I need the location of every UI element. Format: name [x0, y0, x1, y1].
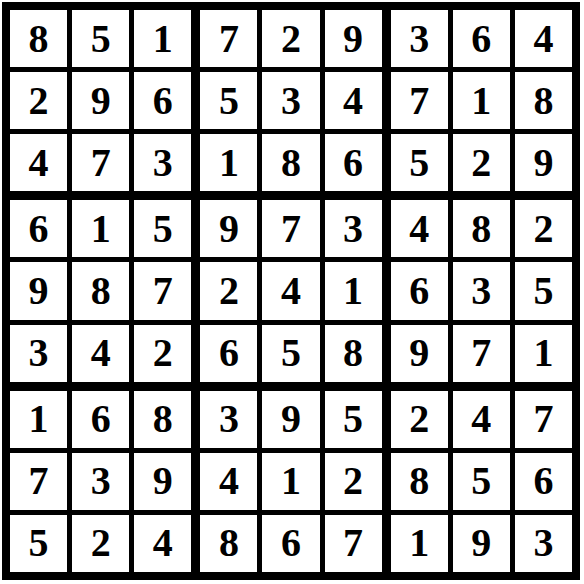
sudoku-cell[interactable]: 8 — [200, 515, 257, 572]
sudoku-outer-grid: 8512964737295341863647185296159873429732… — [10, 10, 572, 572]
sudoku-cell[interactable]: 9 — [72, 72, 129, 129]
sudoku-cell[interactable]: 6 — [325, 134, 382, 191]
sudoku-cell[interactable]: 4 — [262, 262, 319, 319]
sudoku-cell[interactable]: 6 — [262, 515, 319, 572]
sudoku-cell[interactable]: 8 — [72, 262, 129, 319]
sudoku-cell[interactable]: 2 — [391, 391, 448, 448]
sudoku-cell[interactable]: 3 — [325, 200, 382, 257]
sudoku-box: 247856193 — [391, 391, 572, 572]
sudoku-cell[interactable]: 5 — [72, 10, 129, 67]
sudoku-cell[interactable]: 5 — [325, 391, 382, 448]
sudoku-box: 973241658 — [200, 200, 381, 381]
sudoku-cell[interactable]: 6 — [391, 262, 448, 319]
sudoku-cell[interactable]: 3 — [10, 325, 67, 382]
sudoku-cell[interactable]: 2 — [72, 515, 129, 572]
sudoku-cell[interactable]: 1 — [134, 10, 191, 67]
sudoku-cell[interactable]: 3 — [515, 515, 572, 572]
sudoku-cell[interactable]: 3 — [200, 391, 257, 448]
sudoku-cell[interactable]: 4 — [134, 515, 191, 572]
sudoku-cell[interactable]: 8 — [10, 10, 67, 67]
sudoku-cell[interactable]: 7 — [453, 325, 510, 382]
sudoku-cell[interactable]: 1 — [10, 391, 67, 448]
sudoku-cell[interactable]: 9 — [10, 262, 67, 319]
sudoku-box: 482635971 — [391, 200, 572, 381]
sudoku-cell[interactable]: 7 — [72, 134, 129, 191]
sudoku-cell[interactable]: 6 — [453, 10, 510, 67]
sudoku-cell[interactable]: 5 — [515, 262, 572, 319]
sudoku-box: 364718529 — [391, 10, 572, 191]
sudoku-box: 615987342 — [10, 200, 191, 381]
sudoku-cell[interactable]: 4 — [515, 10, 572, 67]
sudoku-cell[interactable]: 5 — [10, 515, 67, 572]
sudoku-cell[interactable]: 7 — [262, 200, 319, 257]
sudoku-cell[interactable]: 6 — [200, 325, 257, 382]
sudoku-cell[interactable]: 5 — [134, 200, 191, 257]
sudoku-box: 851296473 — [10, 10, 191, 191]
sudoku-cell[interactable]: 8 — [515, 72, 572, 129]
sudoku-box: 729534186 — [200, 10, 381, 191]
sudoku-cell[interactable]: 7 — [515, 391, 572, 448]
sudoku-cell[interactable]: 7 — [134, 262, 191, 319]
sudoku-cell[interactable]: 7 — [200, 10, 257, 67]
sudoku-cell[interactable]: 8 — [391, 453, 448, 510]
sudoku-cell[interactable]: 2 — [200, 262, 257, 319]
sudoku-cell[interactable]: 1 — [515, 325, 572, 382]
sudoku-cell[interactable]: 6 — [10, 200, 67, 257]
sudoku-cell[interactable]: 1 — [453, 72, 510, 129]
sudoku-cell[interactable]: 7 — [10, 453, 67, 510]
sudoku-cell[interactable]: 1 — [391, 515, 448, 572]
sudoku-cell[interactable]: 6 — [72, 391, 129, 448]
sudoku-cell[interactable]: 1 — [325, 262, 382, 319]
sudoku-cell[interactable]: 1 — [72, 200, 129, 257]
sudoku-cell[interactable]: 2 — [134, 325, 191, 382]
sudoku-cell[interactable]: 1 — [200, 134, 257, 191]
sudoku-box: 395412867 — [200, 391, 381, 572]
sudoku-cell[interactable]: 3 — [391, 10, 448, 67]
sudoku-cell[interactable]: 6 — [134, 72, 191, 129]
sudoku-cell[interactable]: 5 — [391, 134, 448, 191]
sudoku-cell[interactable]: 5 — [453, 453, 510, 510]
sudoku-cell[interactable]: 9 — [515, 134, 572, 191]
sudoku-cell[interactable]: 3 — [134, 134, 191, 191]
sudoku-cell[interactable]: 9 — [200, 200, 257, 257]
sudoku-cell[interactable]: 4 — [453, 391, 510, 448]
sudoku-cell[interactable]: 9 — [325, 10, 382, 67]
sudoku-cell[interactable]: 3 — [72, 453, 129, 510]
sudoku-cell[interactable]: 2 — [10, 72, 67, 129]
sudoku-cell[interactable]: 5 — [200, 72, 257, 129]
sudoku-cell[interactable]: 5 — [262, 325, 319, 382]
sudoku-cell[interactable]: 9 — [134, 453, 191, 510]
sudoku-cell[interactable]: 3 — [262, 72, 319, 129]
sudoku-cell[interactable]: 9 — [453, 515, 510, 572]
sudoku-cell[interactable]: 4 — [200, 453, 257, 510]
sudoku-cell[interactable]: 4 — [72, 325, 129, 382]
sudoku-cell[interactable]: 8 — [134, 391, 191, 448]
sudoku-cell[interactable]: 8 — [262, 134, 319, 191]
sudoku-cell[interactable]: 9 — [391, 325, 448, 382]
sudoku-cell[interactable]: 3 — [453, 262, 510, 319]
sudoku-cell[interactable]: 4 — [325, 72, 382, 129]
sudoku-cell[interactable]: 2 — [325, 453, 382, 510]
sudoku-cell[interactable]: 2 — [515, 200, 572, 257]
sudoku-box: 168739524 — [10, 391, 191, 572]
sudoku-cell[interactable]: 2 — [262, 10, 319, 67]
sudoku-cell[interactable]: 4 — [10, 134, 67, 191]
sudoku-cell[interactable]: 8 — [325, 325, 382, 382]
sudoku-cell[interactable]: 4 — [391, 200, 448, 257]
sudoku-cell[interactable]: 8 — [453, 200, 510, 257]
sudoku-cell[interactable]: 6 — [515, 453, 572, 510]
sudoku-cell[interactable]: 7 — [391, 72, 448, 129]
sudoku-cell[interactable]: 7 — [325, 515, 382, 572]
sudoku-board: 8512964737295341863647185296159873429732… — [2, 2, 580, 580]
sudoku-cell[interactable]: 1 — [262, 453, 319, 510]
sudoku-cell[interactable]: 2 — [453, 134, 510, 191]
sudoku-cell[interactable]: 9 — [262, 391, 319, 448]
